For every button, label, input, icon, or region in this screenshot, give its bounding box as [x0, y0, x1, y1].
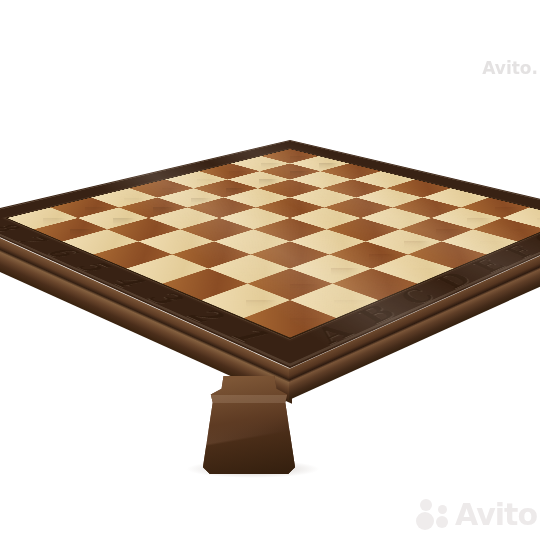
rank-label-5: 5 [71, 259, 114, 274]
piece-glyph: ♜ [250, 202, 331, 325]
chess-set-photo: 1A2B3C4D5E6F7G8H♜♞♝♛♚♝♞♜♟♟♟♟♟♟♟♟♟♟♟♟♟♟♟♟… [0, 0, 540, 540]
rank-label-1: 1 [224, 325, 273, 346]
piece-glyph: ♟ [131, 144, 175, 211]
avito-watermark-top: Avito. [482, 58, 538, 78]
avito-logo-text: Avito [455, 497, 537, 532]
file-label-f: F [495, 245, 540, 260]
file-label-b: B [346, 304, 402, 326]
rank-label-6: 6 [40, 246, 81, 260]
rank-label-7: 7 [11, 233, 51, 246]
piece-glyph: ♟ [169, 136, 212, 201]
avito-watermark-bottom: Avito [416, 497, 537, 532]
piece-glyph: ♟ [47, 161, 94, 233]
file-label-e: E [462, 258, 510, 275]
rank-label-3: 3 [141, 289, 187, 306]
perspective-wrapper: 1A2B3C4D5E6F7G8H♜♞♝♛♚♝♞♜♟♟♟♟♟♟♟♟♟♟♟♟♟♟♟♟… [0, 0, 540, 540]
chess-board: 1A2B3C4D5E6F7G8H♜♞♝♛♚♝♞♜♟♟♟♟♟♟♟♟♟♟♟♟♟♟♟♟… [0, 140, 540, 368]
piece-glyph: ♟ [90, 152, 136, 221]
file-label-d: D [426, 272, 479, 291]
rank-label-4: 4 [105, 274, 149, 290]
rank-label-2: 2 [181, 306, 228, 325]
avito-logo-icon [416, 499, 450, 531]
file-label-a: A [302, 323, 359, 347]
